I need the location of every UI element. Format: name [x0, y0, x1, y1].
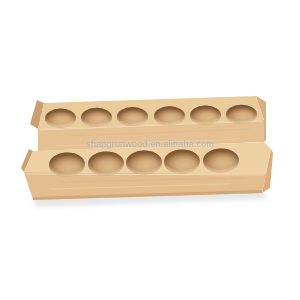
pit [126, 150, 163, 175]
pit [81, 107, 112, 127]
product-photo[interactable]: shangrunwood.en.alibaba.com [0, 0, 300, 300]
pit [44, 108, 75, 128]
pit [164, 149, 201, 174]
pit [202, 148, 239, 173]
pit [49, 152, 86, 177]
pit [153, 106, 184, 126]
upper-tier-pit-row [42, 101, 260, 130]
pit [87, 151, 124, 176]
pit [226, 104, 257, 124]
lower-tier-pit-row [48, 147, 241, 178]
pit [190, 105, 221, 125]
pit [117, 106, 148, 126]
